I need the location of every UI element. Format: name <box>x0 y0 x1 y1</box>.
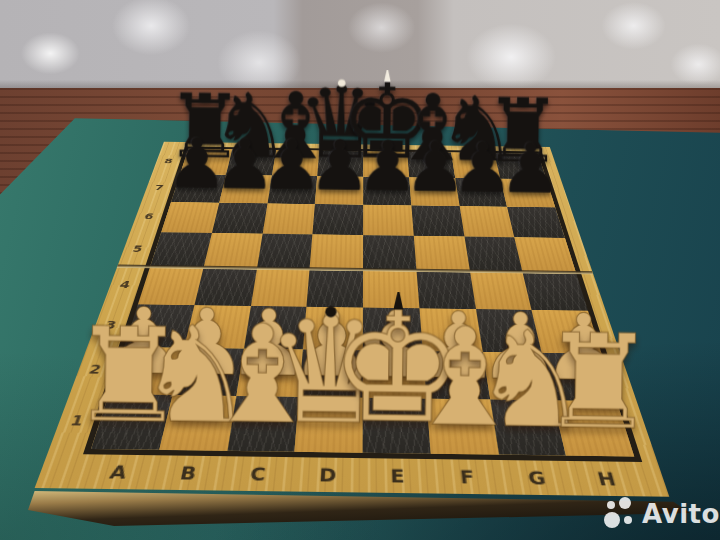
photo-stage: 87654321 ABCDEFGH ♜♞♝♛♚♝♞♜♟♟♟♟♟♟♟♟♟♟♟♟♟♟… <box>0 0 720 540</box>
file-label-a: A <box>78 454 157 489</box>
file-label-g: G <box>499 460 576 495</box>
square-a6 <box>161 202 219 233</box>
square-h5 <box>515 237 576 272</box>
square-b6 <box>212 203 267 234</box>
piece-finial <box>393 287 403 310</box>
square-h7: ♟ <box>501 179 556 208</box>
avito-watermark: Avito <box>604 497 720 531</box>
file-label-e: E <box>363 458 434 493</box>
square-d6 <box>313 204 364 235</box>
square-e5 <box>363 235 416 270</box>
square-h1: ♜ <box>553 401 634 457</box>
square-d5 <box>310 235 363 270</box>
chess-board-scene: 87654321 ABCDEFGH ♜♞♝♛♚♝♞♜♟♟♟♟♟♟♟♟♟♟♟♟♟♟… <box>112 33 599 520</box>
square-b5 <box>203 233 262 268</box>
watermark-text: Avito <box>642 499 720 529</box>
piece-black-pawn: ♟ <box>499 133 562 203</box>
piece-finial <box>384 67 391 82</box>
file-label-f: F <box>431 459 505 494</box>
square-h6 <box>507 207 565 239</box>
file-label-b: B <box>149 455 226 490</box>
piece-white-rook: ♜ <box>540 317 658 449</box>
file-label-h: H <box>568 461 647 497</box>
square-f5 <box>414 236 470 271</box>
file-label-d: D <box>291 457 362 492</box>
square-a5 <box>150 232 211 267</box>
square-f6 <box>411 205 464 236</box>
square-g5 <box>464 237 523 272</box>
square-c5 <box>257 234 313 269</box>
square-g6 <box>459 206 514 238</box>
chess-board: 87654321 ABCDEFGH ♜♞♝♛♚♝♞♜♟♟♟♟♟♟♟♟♟♟♟♟♟♟… <box>35 142 670 497</box>
file-label-c: C <box>220 456 294 491</box>
square-c6 <box>262 203 315 234</box>
avito-logo-icon <box>604 497 640 531</box>
square-e6 <box>363 205 413 236</box>
